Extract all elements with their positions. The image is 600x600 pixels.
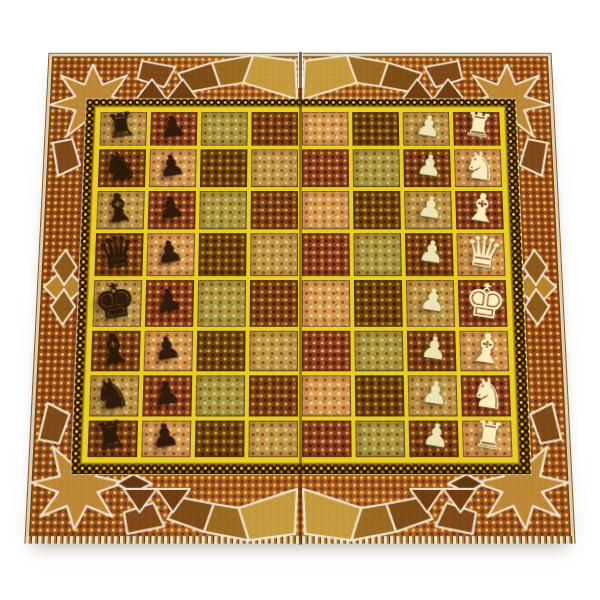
white-pawn[interactable]: ♟ (416, 235, 446, 268)
square-e1[interactable]: ♚ (458, 280, 508, 327)
square-a6[interactable] (201, 112, 248, 145)
square-d6[interactable] (198, 233, 246, 276)
square-d4[interactable] (302, 233, 350, 276)
white-bishop[interactable]: ♝ (462, 185, 502, 228)
square-b8[interactable]: ♞ (98, 149, 146, 187)
white-king[interactable]: ♚ (462, 274, 510, 327)
square-f7[interactable]: ♟ (144, 330, 194, 370)
square-d8[interactable]: ♛ (94, 233, 143, 276)
black-rook[interactable]: ♜ (104, 108, 138, 145)
white-pawn[interactable]: ♟ (418, 331, 449, 365)
square-a4[interactable] (302, 112, 349, 145)
white-bishop[interactable]: ♝ (466, 325, 507, 371)
square-b5[interactable] (251, 149, 298, 187)
bottom-right-wing-motif (303, 489, 433, 541)
bottom-left-wing-motif (167, 489, 297, 541)
square-e6[interactable] (197, 280, 246, 327)
white-pawn[interactable]: ♟ (414, 149, 444, 181)
black-bishop[interactable]: ♝ (98, 185, 138, 228)
square-h5[interactable] (248, 420, 298, 457)
square-e7[interactable]: ♟ (145, 280, 194, 327)
white-knight[interactable]: ♞ (468, 369, 509, 415)
square-d3[interactable] (353, 233, 401, 276)
black-pawn[interactable]: ♟ (150, 375, 181, 410)
white-knight[interactable]: ♞ (461, 144, 501, 187)
white-pawn[interactable]: ♟ (413, 110, 443, 141)
square-g1[interactable]: ♞ (461, 375, 511, 416)
black-pawn[interactable]: ♟ (154, 235, 184, 268)
square-e8[interactable]: ♚ (92, 280, 142, 327)
white-pawn[interactable]: ♟ (415, 191, 445, 223)
square-f6[interactable] (196, 330, 245, 370)
black-bishop[interactable]: ♝ (93, 325, 134, 371)
square-b6[interactable] (200, 149, 247, 187)
square-d5[interactable] (250, 233, 298, 276)
square-e4[interactable] (302, 280, 350, 327)
black-rook[interactable]: ♜ (92, 415, 128, 456)
white-pawn[interactable]: ♟ (419, 375, 450, 410)
black-knight[interactable]: ♞ (91, 369, 132, 415)
square-g7[interactable]: ♟ (142, 375, 192, 416)
square-a7[interactable]: ♟ (150, 112, 197, 145)
white-pawn[interactable]: ♟ (420, 418, 451, 453)
square-a1[interactable]: ♜ (453, 112, 501, 145)
square-e5[interactable] (250, 280, 298, 327)
black-pawn[interactable]: ♟ (149, 418, 180, 453)
square-h4[interactable] (302, 420, 352, 457)
white-queen[interactable]: ♛ (461, 227, 505, 275)
square-c2[interactable]: ♟ (404, 190, 452, 228)
black-pawn[interactable]: ♟ (155, 191, 185, 223)
square-b3[interactable] (353, 149, 400, 187)
black-pawn[interactable]: ♟ (151, 331, 182, 365)
top-left-wing-motif (177, 55, 297, 99)
square-a8[interactable]: ♜ (99, 112, 147, 145)
chess-board: ♜♟♟♜♞♟♟♞♝♟♟♝♛♟♟♛♚♟♟♚♝♟♟♝♞♟♟♞♜♟♟♜ (26, 54, 575, 543)
black-pawn[interactable]: ♟ (156, 149, 186, 181)
fold-seam (298, 52, 301, 545)
square-f1[interactable]: ♝ (459, 330, 509, 370)
square-c1[interactable]: ♝ (455, 190, 504, 228)
square-g4[interactable] (302, 375, 351, 416)
square-g3[interactable] (355, 375, 405, 416)
square-h2[interactable]: ♟ (409, 420, 459, 457)
square-h6[interactable] (195, 420, 245, 457)
square-h1[interactable]: ♜ (462, 420, 513, 457)
white-rook[interactable]: ♜ (462, 108, 496, 145)
square-f5[interactable] (249, 330, 298, 370)
square-e2[interactable]: ♟ (406, 280, 455, 327)
square-b2[interactable]: ♟ (403, 149, 451, 187)
square-g8[interactable]: ♞ (89, 375, 139, 416)
square-h8[interactable]: ♜ (87, 420, 138, 457)
square-b7[interactable]: ♟ (149, 149, 197, 187)
square-f4[interactable] (302, 330, 351, 370)
black-knight[interactable]: ♞ (100, 144, 140, 187)
square-c4[interactable] (302, 190, 349, 228)
white-pawn[interactable]: ♟ (417, 283, 448, 317)
black-pawn[interactable]: ♟ (157, 110, 187, 141)
black-king[interactable]: ♚ (91, 274, 139, 327)
photo-background: ♜♟♟♜♞♟♟♞♝♟♟♝♛♟♟♛♚♟♟♚♝♟♟♝♞♟♟♞♜♟♟♜ (0, 0, 600, 600)
square-f3[interactable] (354, 330, 403, 370)
square-b4[interactable] (302, 149, 349, 187)
square-c8[interactable]: ♝ (96, 190, 145, 228)
black-pawn[interactable]: ♟ (152, 283, 183, 317)
square-e3[interactable] (354, 280, 403, 327)
square-b1[interactable]: ♞ (454, 149, 502, 187)
square-g5[interactable] (249, 375, 298, 416)
top-right-wing-motif (303, 55, 423, 99)
square-a2[interactable]: ♟ (403, 112, 450, 145)
square-d1[interactable]: ♛ (456, 233, 505, 276)
square-g2[interactable]: ♟ (408, 375, 458, 416)
square-g6[interactable] (196, 375, 246, 416)
square-a3[interactable] (352, 112, 399, 145)
square-d2[interactable]: ♟ (405, 233, 454, 276)
square-c6[interactable] (199, 190, 247, 228)
square-d7[interactable]: ♟ (146, 233, 195, 276)
square-c5[interactable] (251, 190, 298, 228)
square-a5[interactable] (251, 112, 298, 145)
white-rook[interactable]: ♜ (471, 415, 507, 456)
black-queen[interactable]: ♛ (94, 227, 138, 275)
square-c7[interactable]: ♟ (148, 190, 196, 228)
square-h7[interactable]: ♟ (141, 420, 191, 457)
square-c3[interactable] (353, 190, 401, 228)
square-f2[interactable]: ♟ (407, 330, 457, 370)
square-f8[interactable]: ♝ (91, 330, 141, 370)
square-h3[interactable] (355, 420, 405, 457)
